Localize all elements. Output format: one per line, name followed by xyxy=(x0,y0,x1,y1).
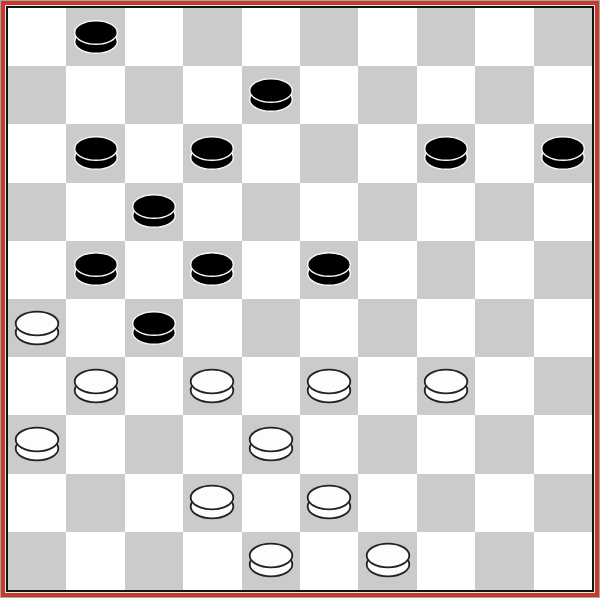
board-frame-light-line xyxy=(5,5,595,593)
light-square xyxy=(125,357,183,415)
light-square xyxy=(242,357,300,415)
light-square xyxy=(66,183,124,241)
light-square xyxy=(300,66,358,124)
black-man-square-12[interactable] xyxy=(189,135,235,172)
light-square xyxy=(300,415,358,473)
light-square xyxy=(475,124,533,182)
dark-square-3[interactable] xyxy=(300,8,358,66)
dark-square-48[interactable] xyxy=(242,532,300,590)
light-square xyxy=(125,241,183,299)
white-man-square-49[interactable] xyxy=(365,542,411,579)
dark-square-21[interactable] xyxy=(66,241,124,299)
light-square xyxy=(8,241,66,299)
white-man-square-33[interactable] xyxy=(306,368,352,405)
light-square xyxy=(534,415,592,473)
light-square xyxy=(66,299,124,357)
dark-square-10[interactable] xyxy=(475,66,533,124)
light-square xyxy=(183,299,241,357)
dark-square-45[interactable] xyxy=(534,474,592,532)
dark-square-47[interactable] xyxy=(125,532,183,590)
light-square xyxy=(300,183,358,241)
dark-square-20[interactable] xyxy=(475,183,533,241)
white-man-square-36[interactable] xyxy=(14,426,60,463)
light-square xyxy=(475,8,533,66)
light-square xyxy=(8,474,66,532)
dark-square-36[interactable] xyxy=(8,415,66,473)
dark-square-49[interactable] xyxy=(358,532,416,590)
dark-square-19[interactable] xyxy=(358,183,416,241)
dark-square-38[interactable] xyxy=(242,415,300,473)
light-square xyxy=(183,532,241,590)
dark-square-39[interactable] xyxy=(358,415,416,473)
light-square xyxy=(417,66,475,124)
light-square xyxy=(475,241,533,299)
light-square xyxy=(534,183,592,241)
light-square xyxy=(8,357,66,415)
dark-square-31[interactable] xyxy=(66,357,124,415)
dark-square-34[interactable] xyxy=(417,357,475,415)
dark-square-30[interactable] xyxy=(475,299,533,357)
dark-square-24[interactable] xyxy=(417,241,475,299)
dark-square-28[interactable] xyxy=(242,299,300,357)
dark-square-37[interactable] xyxy=(125,415,183,473)
dark-square-2[interactable] xyxy=(183,8,241,66)
dark-square-4[interactable] xyxy=(417,8,475,66)
dark-square-15[interactable] xyxy=(534,124,592,182)
board-frame-outer xyxy=(0,0,600,598)
light-square xyxy=(358,124,416,182)
dark-square-40[interactable] xyxy=(475,415,533,473)
draughts-app-window xyxy=(0,0,600,598)
dark-square-35[interactable] xyxy=(534,357,592,415)
black-man-square-15[interactable] xyxy=(540,135,586,172)
light-square xyxy=(183,66,241,124)
light-square xyxy=(534,299,592,357)
light-square xyxy=(242,474,300,532)
white-man-square-43[interactable] xyxy=(306,484,352,521)
dark-square-6[interactable] xyxy=(8,66,66,124)
light-square xyxy=(358,241,416,299)
white-man-square-42[interactable] xyxy=(189,484,235,521)
white-man-square-34[interactable] xyxy=(423,368,469,405)
dark-square-26[interactable] xyxy=(8,299,66,357)
light-square xyxy=(417,183,475,241)
black-man-square-17[interactable] xyxy=(131,193,177,230)
dark-square-5[interactable] xyxy=(534,8,592,66)
dark-square-27[interactable] xyxy=(125,299,183,357)
black-man-square-14[interactable] xyxy=(423,135,469,172)
black-man-square-1[interactable] xyxy=(73,19,119,56)
dark-square-8[interactable] xyxy=(242,66,300,124)
black-man-square-22[interactable] xyxy=(189,251,235,288)
board-frame-red xyxy=(1,1,599,597)
dark-square-32[interactable] xyxy=(183,357,241,415)
dark-square-29[interactable] xyxy=(358,299,416,357)
light-square xyxy=(358,357,416,415)
light-square xyxy=(66,415,124,473)
light-square xyxy=(417,299,475,357)
dark-square-42[interactable] xyxy=(183,474,241,532)
light-square xyxy=(183,415,241,473)
board-frame-black-line xyxy=(6,6,594,592)
light-square xyxy=(300,299,358,357)
dark-square-13[interactable] xyxy=(300,124,358,182)
white-man-square-38[interactable] xyxy=(248,426,294,463)
dark-square-17[interactable] xyxy=(125,183,183,241)
dark-square-22[interactable] xyxy=(183,241,241,299)
dark-square-25[interactable] xyxy=(534,241,592,299)
dark-square-50[interactable] xyxy=(475,532,533,590)
white-man-square-32[interactable] xyxy=(189,368,235,405)
light-square xyxy=(66,532,124,590)
dark-square-23[interactable] xyxy=(300,241,358,299)
black-man-square-11[interactable] xyxy=(73,135,119,172)
light-square xyxy=(475,357,533,415)
white-man-square-26[interactable] xyxy=(14,310,60,347)
light-square xyxy=(242,8,300,66)
light-square xyxy=(417,415,475,473)
dark-square-44[interactable] xyxy=(417,474,475,532)
light-square xyxy=(534,66,592,124)
light-square xyxy=(8,8,66,66)
light-square xyxy=(417,532,475,590)
black-man-square-23[interactable] xyxy=(306,251,352,288)
white-man-square-31[interactable] xyxy=(73,368,119,405)
dark-square-41[interactable] xyxy=(66,474,124,532)
light-square xyxy=(534,532,592,590)
dark-square-16[interactable] xyxy=(8,183,66,241)
light-square xyxy=(242,124,300,182)
light-square xyxy=(125,124,183,182)
dark-square-12[interactable] xyxy=(183,124,241,182)
draughts-board xyxy=(8,8,592,590)
light-square xyxy=(358,8,416,66)
light-square xyxy=(183,183,241,241)
black-man-square-21[interactable] xyxy=(73,251,119,288)
light-square xyxy=(66,66,124,124)
light-square xyxy=(475,474,533,532)
light-square xyxy=(8,124,66,182)
dark-square-46[interactable] xyxy=(8,532,66,590)
dark-square-7[interactable] xyxy=(125,66,183,124)
dark-square-33[interactable] xyxy=(300,357,358,415)
dark-square-1[interactable] xyxy=(66,8,124,66)
light-square xyxy=(242,241,300,299)
light-square xyxy=(300,532,358,590)
light-square xyxy=(125,8,183,66)
dark-square-14[interactable] xyxy=(417,124,475,182)
dark-square-11[interactable] xyxy=(66,124,124,182)
black-man-square-8[interactable] xyxy=(248,77,294,114)
light-square xyxy=(125,474,183,532)
dark-square-9[interactable] xyxy=(358,66,416,124)
light-square xyxy=(358,474,416,532)
dark-square-18[interactable] xyxy=(242,183,300,241)
dark-square-43[interactable] xyxy=(300,474,358,532)
black-man-square-27[interactable] xyxy=(131,310,177,347)
white-man-square-48[interactable] xyxy=(248,542,294,579)
